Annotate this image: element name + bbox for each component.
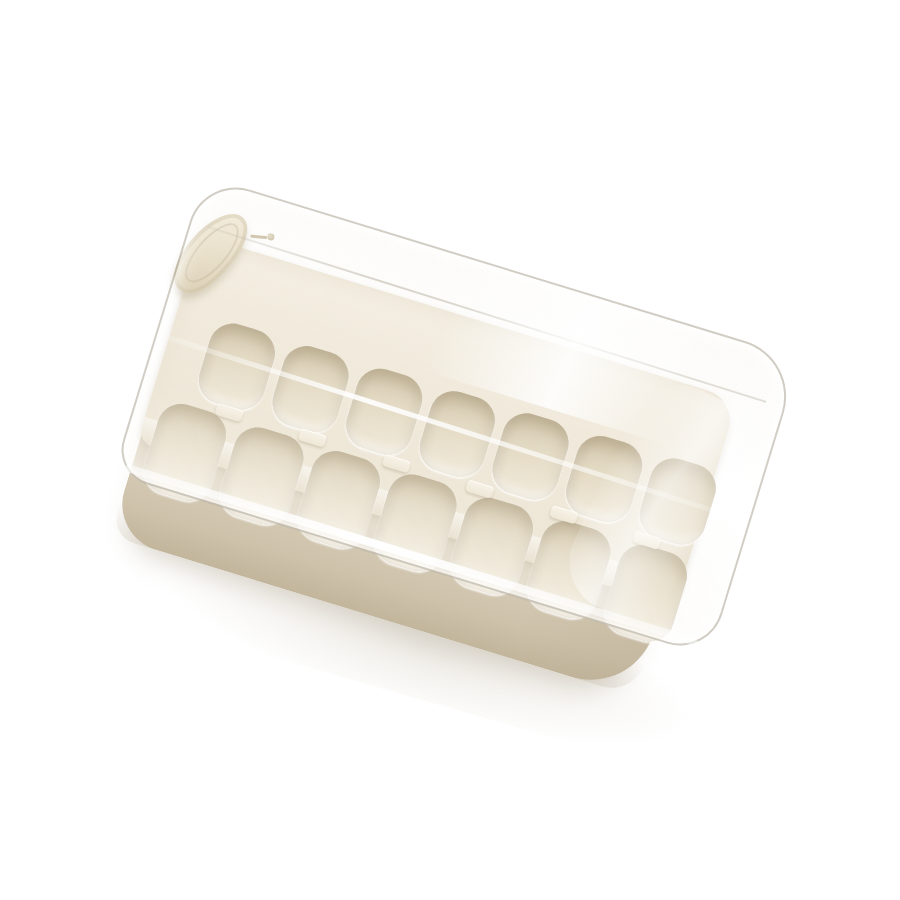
photo-stage [0, 0, 900, 900]
egg-storage-box [93, 176, 796, 719]
